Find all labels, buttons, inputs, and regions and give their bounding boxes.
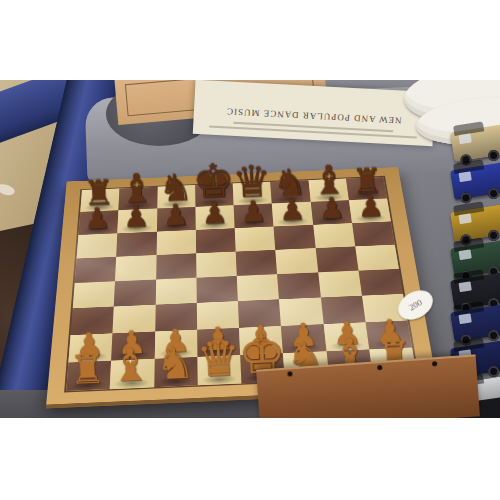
piece-white-rook[interactable]: ♜ [69, 348, 106, 389]
square[interactable] [156, 230, 196, 255]
photo-letterbox: NEW AND POPULAR DANCE MUSIC ♜♝♞♚♛♞♝♜♟♟♟♟… [0, 0, 500, 500]
square[interactable] [115, 255, 156, 281]
piece-white-queen[interactable]: ♛ [195, 333, 242, 384]
square[interactable]: ♟ [272, 202, 313, 226]
square[interactable] [275, 248, 317, 274]
square[interactable] [116, 231, 156, 256]
piece-black-pawn[interactable]: ♟ [162, 200, 189, 230]
chess-board-grid: ♜♝♞♚♛♞♝♜♟♟♟♟♟♟♟♟♟♟♟♟♟♟♟♟♜♝♞♛♚♞♝♜ [64, 176, 419, 393]
square[interactable] [196, 276, 238, 303]
square[interactable] [155, 278, 196, 305]
square[interactable] [315, 246, 358, 272]
square[interactable]: ♟ [118, 209, 157, 233]
piece-black-pawn[interactable]: ♟ [240, 196, 267, 226]
square[interactable] [352, 221, 395, 246]
piece-white-bishop[interactable]: ♝ [110, 340, 153, 387]
square[interactable] [277, 272, 320, 299]
square[interactable] [237, 274, 279, 301]
piece-black-pawn[interactable]: ♟ [201, 198, 228, 228]
square[interactable] [196, 252, 237, 278]
square[interactable] [318, 271, 362, 298]
square[interactable]: ♟ [195, 205, 234, 229]
piece-white-knight[interactable]: ♞ [154, 341, 195, 386]
square[interactable] [114, 279, 156, 306]
square[interactable]: ♜ [66, 361, 111, 392]
square[interactable]: ♝ [110, 359, 154, 389]
piece-black-pawn[interactable]: ♟ [357, 191, 384, 221]
square[interactable] [235, 226, 276, 251]
square[interactable]: ♟ [157, 207, 196, 231]
price-sticker-text: 200 [407, 297, 424, 312]
model-car-yellow-crane-truck [450, 204, 500, 242]
sheet-music-title: NEW AND POPULAR DANCE MUSIC [194, 105, 434, 128]
piece-black-pawn[interactable]: ♟ [279, 195, 306, 225]
photo-frame: NEW AND POPULAR DANCE MUSIC ♜♝♞♚♛♞♝♜♟♟♟♟… [0, 80, 500, 418]
model-car-navy-blue-vintage-car [450, 304, 500, 342]
square[interactable] [355, 245, 399, 271]
square[interactable] [75, 257, 117, 283]
piece-black-pawn[interactable]: ♟ [123, 202, 150, 232]
square[interactable] [274, 225, 316, 250]
square[interactable]: ♟ [78, 210, 118, 234]
piece-black-pawn[interactable]: ♟ [84, 203, 111, 233]
square[interactable] [236, 250, 278, 276]
model-car-cream-canopy-truck [450, 124, 500, 162]
square[interactable]: ♟ [310, 200, 351, 224]
square[interactable] [156, 253, 197, 279]
square[interactable] [358, 269, 403, 296]
square[interactable]: ♟ [349, 199, 391, 223]
square[interactable]: ♞ [154, 357, 198, 387]
square[interactable] [77, 233, 118, 258]
square[interactable] [313, 223, 355, 248]
piece-black-pawn[interactable]: ♟ [318, 193, 345, 223]
square[interactable]: ♟ [234, 204, 274, 228]
square[interactable]: ♛ [197, 355, 241, 385]
square[interactable] [73, 281, 116, 308]
square[interactable] [196, 228, 236, 253]
model-car-royal-blue-delivery-van [450, 162, 500, 200]
